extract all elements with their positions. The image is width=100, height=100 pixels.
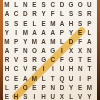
grid-cell-r5c2[interactable]: P [12, 37, 21, 46]
grid-cell-r7c9[interactable]: T [76, 56, 85, 65]
grid-cell-r6c4[interactable]: O [30, 47, 39, 56]
grid-cell-r8c3[interactable]: V [21, 65, 30, 74]
grid-cell-r2c9[interactable]: S [76, 10, 85, 19]
grid-cell-r10c10[interactable]: M [85, 83, 94, 92]
grid-cell-r10c6[interactable]: N [48, 83, 57, 92]
grid-cell-r2c2[interactable]: C [12, 10, 21, 19]
grid-cell-r7c8[interactable]: G [66, 56, 75, 65]
grid-cell-r8c5[interactable]: I [39, 65, 48, 74]
grid-cell-r6c5[interactable]: A [39, 47, 48, 56]
grid-cell-r2c1[interactable]: A [2, 10, 11, 19]
grid-cell-r11c5[interactable]: H [39, 93, 48, 100]
grid-cell-r4c3[interactable]: M [21, 28, 30, 37]
grid-cell-r2c3[interactable]: D [21, 10, 30, 19]
grid-cell-r8c1[interactable]: H [2, 65, 11, 74]
grid-cell-r11c4[interactable]: I [30, 93, 39, 100]
grid-cell-r9c5[interactable]: L [39, 74, 48, 83]
grid-cell-r6c7[interactable]: I [57, 47, 66, 56]
grid-cell-r6c10[interactable]: N [85, 47, 94, 56]
grid-cell-r9c6[interactable]: T [48, 74, 57, 83]
grid-cell-r2c7[interactable]: L [57, 10, 66, 19]
grid-cell-r9c9[interactable]: I [76, 74, 85, 83]
grid-cell-r10c8[interactable]: Y [66, 83, 75, 92]
grid-cell-r7c1[interactable]: R [2, 56, 11, 65]
grid-cell-r6c1[interactable]: A [2, 47, 11, 56]
grid-cell-r4c4[interactable]: A [30, 28, 39, 37]
grid-cell-r11c2[interactable]: H [12, 93, 21, 100]
grid-cell-r5c9[interactable]: F [76, 37, 85, 46]
grid-cell-r7c4[interactable]: R [30, 56, 39, 65]
grid-cell-r3c9[interactable]: S [76, 19, 85, 28]
grid-cell-r4c9[interactable]: E [76, 28, 85, 37]
grid-cell-r11c3[interactable]: S [21, 93, 30, 100]
grid-cell-r3c2[interactable]: S [12, 19, 21, 28]
grid-cell-r6c9[interactable]: X [76, 47, 85, 56]
grid-cell-r11c8[interactable]: L [66, 93, 75, 100]
grid-cell-r3c4[interactable]: L [30, 19, 39, 28]
grid-cell-r1c1[interactable]: M [2, 1, 11, 10]
grid-cell-r8c7[interactable]: U [57, 65, 66, 74]
grid-cell-r5c1[interactable]: M [2, 37, 11, 46]
grid-cell-r3c10[interactable]: P [85, 19, 94, 28]
grid-cell-r2c4[interactable]: R [30, 10, 39, 19]
word-search-screenshot: MLNESCDGOUACDRYFLSSRSSELEMAHSPYIMAAAPYEL… [0, 0, 100, 100]
grid-cell-r1c4[interactable]: E [30, 1, 39, 10]
grid-cell-r4c8[interactable]: Y [66, 28, 75, 37]
grid-cell-r9c3[interactable]: A [21, 74, 30, 83]
grid-cell-r4c10[interactable]: L [85, 28, 94, 37]
grid-cell-r2c8[interactable]: S [66, 10, 75, 19]
grid-cell-r8c10[interactable]: T [85, 65, 94, 74]
grid-cell-r2c6[interactable]: F [48, 10, 57, 19]
grid-cell-r5c4[interactable]: M [30, 37, 39, 46]
grid-cell-r2c10[interactable]: R [85, 10, 94, 19]
grid-cell-r1c8[interactable]: G [66, 1, 75, 10]
grid-cell-r8c6[interactable]: I [48, 65, 57, 74]
grid-cell-r3c7[interactable]: A [57, 19, 66, 28]
grid-cell-r7c7[interactable]: F [57, 56, 66, 65]
grid-cell-r5c8[interactable]: D [66, 37, 75, 46]
grid-cell-r1c10[interactable]: U [85, 1, 94, 10]
grid-cell-r1c9[interactable]: O [76, 1, 85, 10]
grid-cell-r7c6[interactable]: C [48, 56, 57, 65]
grid-cell-r9c10[interactable]: P [85, 74, 94, 83]
grid-cell-r1c6[interactable]: C [48, 1, 57, 10]
grid-cell-r10c5[interactable]: P [39, 83, 48, 92]
grid-cell-r4c1[interactable]: Y [2, 28, 11, 37]
grid-cell-r1c3[interactable]: N [21, 1, 30, 10]
grid-cell-r11c9[interactable]: V [76, 93, 85, 100]
grid-cell-r9c7[interactable]: Q [57, 74, 66, 83]
grid-cell-r5c6[interactable]: M [48, 37, 57, 46]
grid-cell-r6c8[interactable]: X [66, 47, 75, 56]
grid-cell-r7c3[interactable]: S [21, 56, 30, 65]
grid-cell-r10c2[interactable]: F [12, 83, 21, 92]
grid-cell-r2c5[interactable]: Y [39, 10, 48, 19]
grid-cell-r7c2[interactable]: V [12, 56, 21, 65]
grid-cell-r10c3[interactable]: O [21, 83, 30, 92]
grid-cell-r1c2[interactable]: L [12, 1, 21, 10]
grid-cell-r3c5[interactable]: E [39, 19, 48, 28]
grid-cell-r8c4[interactable]: R [30, 65, 39, 74]
grid-cell-r11c1[interactable]: E [2, 93, 11, 100]
grid-cell-r10c9[interactable]: E [76, 83, 85, 92]
grid-cell-r1c7[interactable]: D [57, 1, 66, 10]
grid-cell-r8c8[interactable]: H [66, 65, 75, 74]
grid-cell-r5c7[interactable]: L [57, 37, 66, 46]
grid-cell-r9c8[interactable]: U [66, 74, 75, 83]
grid-cell-r9c4[interactable]: M [30, 74, 39, 83]
grid-cell-r11c6[interactable]: U [48, 93, 57, 100]
grid-cell-r9c1[interactable]: C [2, 74, 11, 83]
grid-cell-r11c10[interactable]: Y [85, 93, 94, 100]
grid-cell-r5c5[interactable]: A [39, 37, 48, 46]
grid-cell-r4c6[interactable]: A [48, 28, 57, 37]
grid-cell-r4c7[interactable]: P [57, 28, 66, 37]
grid-cell-r6c6[interactable]: G [48, 47, 57, 56]
grid-cell-r11c7[interactable]: X [57, 93, 66, 100]
grid-cell-r4c5[interactable]: A [39, 28, 48, 37]
grid-cell-r4c2[interactable]: I [12, 28, 21, 37]
grid-cell-r10c7[interactable]: D [57, 83, 66, 92]
grid-cell-r7c5[interactable]: G [39, 56, 48, 65]
grid-cell-r5c10[interactable]: A [85, 37, 94, 46]
grid-cell-r3c1[interactable]: S [2, 19, 11, 28]
grid-cell-r8c2[interactable]: C [12, 65, 21, 74]
grid-cell-r10c4[interactable]: E [30, 83, 39, 92]
grid-cell-r3c3[interactable]: E [21, 19, 30, 28]
grid-cell-r3c6[interactable]: M [48, 19, 57, 28]
grid-cell-r8c9[interactable]: N [76, 65, 85, 74]
wood-edge-right [97, 0, 100, 100]
grid-cell-r3c8[interactable]: H [66, 19, 75, 28]
word-search-grid: MLNESCDGOUACDRYFLSSRSSELEMAHSPYIMAAAPYEL… [2, 0, 94, 100]
grid-cell-r6c2[interactable]: F [12, 47, 21, 56]
grid-cell-r7c10[interactable]: E [85, 56, 94, 65]
grid-cell-r10c1[interactable]: L [2, 83, 11, 92]
grid-cell-r6c3[interactable]: N [21, 47, 30, 56]
grid-cell-r1c5[interactable]: S [39, 1, 48, 10]
grid-cell-r5c3[interactable]: Y [21, 37, 30, 46]
grid-cell-r9c2[interactable]: E [12, 74, 21, 83]
